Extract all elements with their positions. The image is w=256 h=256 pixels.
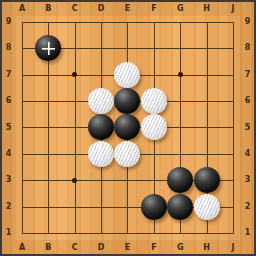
intersection-C3[interactable] [62, 167, 88, 193]
intersection-B5[interactable] [35, 114, 61, 140]
last-move-marker [42, 42, 55, 55]
white-stone [114, 141, 140, 167]
star-point [178, 72, 183, 77]
white-stone [141, 114, 167, 140]
intersection-E2[interactable] [114, 193, 140, 219]
intersection-A8[interactable] [9, 35, 35, 61]
intersection-J4[interactable] [220, 141, 246, 167]
intersection-J6[interactable] [220, 88, 246, 114]
intersection-B8[interactable] [35, 35, 61, 61]
intersection-B2[interactable] [35, 193, 61, 219]
intersection-A3[interactable] [9, 167, 35, 193]
intersection-C1[interactable] [62, 220, 88, 246]
intersection-F9[interactable] [141, 9, 167, 35]
intersection-B9[interactable] [35, 9, 61, 35]
intersection-G6[interactable] [167, 88, 193, 114]
star-point [72, 72, 77, 77]
intersection-B6[interactable] [35, 88, 61, 114]
black-stone [35, 35, 61, 61]
intersection-F2[interactable] [141, 193, 167, 219]
white-stone [141, 88, 167, 114]
intersection-C6[interactable] [62, 88, 88, 114]
intersection-F1[interactable] [141, 220, 167, 246]
intersection-B7[interactable] [35, 62, 61, 88]
intersection-D2[interactable] [88, 193, 114, 219]
black-stone [114, 88, 140, 114]
intersection-G5[interactable] [167, 114, 193, 140]
intersection-C7[interactable] [62, 62, 88, 88]
black-stone [141, 194, 167, 220]
intersection-D6[interactable] [88, 88, 114, 114]
intersection-G3[interactable] [167, 167, 193, 193]
star-point [72, 178, 77, 183]
intersection-A7[interactable] [9, 62, 35, 88]
intersection-G2[interactable] [167, 193, 193, 219]
intersection-B3[interactable] [35, 167, 61, 193]
intersection-J8[interactable] [220, 35, 246, 61]
board-grid [9, 9, 246, 246]
intersection-G1[interactable] [167, 220, 193, 246]
intersection-A6[interactable] [9, 88, 35, 114]
intersection-H8[interactable] [193, 35, 219, 61]
intersection-F7[interactable] [141, 62, 167, 88]
intersection-D4[interactable] [88, 141, 114, 167]
black-stone [194, 167, 220, 193]
intersection-H3[interactable] [193, 167, 219, 193]
white-stone [88, 88, 114, 114]
intersection-H7[interactable] [193, 62, 219, 88]
intersection-C5[interactable] [62, 114, 88, 140]
intersection-E6[interactable] [114, 88, 140, 114]
black-stone [114, 114, 140, 140]
intersection-J7[interactable] [220, 62, 246, 88]
go-board: AABBCCDDEEFFGGHHJJ998877665544332211 [0, 0, 256, 256]
intersection-F4[interactable] [141, 141, 167, 167]
intersection-F5[interactable] [141, 114, 167, 140]
intersection-E8[interactable] [114, 35, 140, 61]
intersection-E5[interactable] [114, 114, 140, 140]
intersection-F3[interactable] [141, 167, 167, 193]
intersection-D8[interactable] [88, 35, 114, 61]
white-stone [88, 141, 114, 167]
intersection-H9[interactable] [193, 9, 219, 35]
intersection-H1[interactable] [193, 220, 219, 246]
intersection-G7[interactable] [167, 62, 193, 88]
intersection-J5[interactable] [220, 114, 246, 140]
intersection-A9[interactable] [9, 9, 35, 35]
intersection-F6[interactable] [141, 88, 167, 114]
intersection-D5[interactable] [88, 114, 114, 140]
white-stone [194, 194, 220, 220]
intersection-H6[interactable] [193, 88, 219, 114]
intersection-A1[interactable] [9, 220, 35, 246]
intersection-C8[interactable] [62, 35, 88, 61]
intersection-A5[interactable] [9, 114, 35, 140]
black-stone [88, 114, 114, 140]
intersection-B1[interactable] [35, 220, 61, 246]
intersection-A2[interactable] [9, 193, 35, 219]
intersection-G9[interactable] [167, 9, 193, 35]
black-stone [167, 167, 193, 193]
intersection-C4[interactable] [62, 141, 88, 167]
intersection-D9[interactable] [88, 9, 114, 35]
intersection-E3[interactable] [114, 167, 140, 193]
intersection-E7[interactable] [114, 62, 140, 88]
intersection-C9[interactable] [62, 9, 88, 35]
intersection-H4[interactable] [193, 141, 219, 167]
white-stone [114, 62, 140, 88]
intersection-D3[interactable] [88, 167, 114, 193]
intersection-G8[interactable] [167, 35, 193, 61]
intersection-H5[interactable] [193, 114, 219, 140]
intersection-J9[interactable] [220, 9, 246, 35]
intersection-J2[interactable] [220, 193, 246, 219]
intersection-G4[interactable] [167, 141, 193, 167]
intersection-J3[interactable] [220, 167, 246, 193]
intersection-A4[interactable] [9, 141, 35, 167]
intersection-D7[interactable] [88, 62, 114, 88]
intersection-E4[interactable] [114, 141, 140, 167]
intersection-H2[interactable] [193, 193, 219, 219]
intersection-E9[interactable] [114, 9, 140, 35]
intersection-E1[interactable] [114, 220, 140, 246]
black-stone [167, 194, 193, 220]
intersection-C2[interactable] [62, 193, 88, 219]
intersection-D1[interactable] [88, 220, 114, 246]
intersection-J1[interactable] [220, 220, 246, 246]
intersection-F8[interactable] [141, 35, 167, 61]
intersection-B4[interactable] [35, 141, 61, 167]
